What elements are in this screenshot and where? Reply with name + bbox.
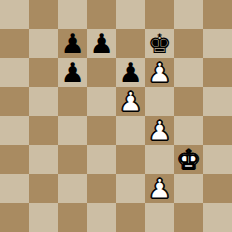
square-g6[interactable] [174, 58, 203, 87]
square-e2[interactable] [116, 174, 145, 203]
square-d3[interactable] [87, 145, 116, 174]
white-pawn[interactable]: ♟ [147, 116, 171, 145]
square-f4[interactable]: ♟ [145, 116, 174, 145]
chess-board: ♟♟♚♟♟♟♟♟♚♟ [0, 0, 232, 232]
square-e3[interactable] [116, 145, 145, 174]
square-h5[interactable] [203, 87, 232, 116]
square-a5[interactable] [0, 87, 29, 116]
square-f1[interactable] [145, 203, 174, 232]
square-b3[interactable] [29, 145, 58, 174]
square-a3[interactable] [0, 145, 29, 174]
square-h7[interactable] [203, 29, 232, 58]
square-a2[interactable] [0, 174, 29, 203]
square-c3[interactable] [58, 145, 87, 174]
white-pawn[interactable]: ♟ [147, 58, 171, 87]
square-c5[interactable] [58, 87, 87, 116]
square-d2[interactable] [87, 174, 116, 203]
square-f2[interactable]: ♟ [145, 174, 174, 203]
square-c8[interactable] [58, 0, 87, 29]
square-g3[interactable]: ♚ [174, 145, 203, 174]
square-f8[interactable] [145, 0, 174, 29]
square-a7[interactable] [0, 29, 29, 58]
square-b5[interactable] [29, 87, 58, 116]
black-pawn[interactable]: ♟ [60, 58, 84, 87]
square-d1[interactable] [87, 203, 116, 232]
square-a8[interactable] [0, 0, 29, 29]
square-f3[interactable] [145, 145, 174, 174]
square-c1[interactable] [58, 203, 87, 232]
black-king[interactable]: ♚ [147, 29, 171, 58]
square-g7[interactable] [174, 29, 203, 58]
square-b2[interactable] [29, 174, 58, 203]
square-g2[interactable] [174, 174, 203, 203]
square-h6[interactable] [203, 58, 232, 87]
square-d7[interactable]: ♟ [87, 29, 116, 58]
square-a4[interactable] [0, 116, 29, 145]
square-h8[interactable] [203, 0, 232, 29]
black-pawn[interactable]: ♟ [89, 29, 113, 58]
square-e5[interactable]: ♟ [116, 87, 145, 116]
black-pawn[interactable]: ♟ [118, 58, 142, 87]
square-a6[interactable] [0, 58, 29, 87]
square-g5[interactable] [174, 87, 203, 116]
square-f6[interactable]: ♟ [145, 58, 174, 87]
square-e4[interactable] [116, 116, 145, 145]
square-f7[interactable]: ♚ [145, 29, 174, 58]
square-d4[interactable] [87, 116, 116, 145]
square-d6[interactable] [87, 58, 116, 87]
black-pawn[interactable]: ♟ [60, 29, 84, 58]
square-c4[interactable] [58, 116, 87, 145]
square-h4[interactable] [203, 116, 232, 145]
square-g8[interactable] [174, 0, 203, 29]
square-a1[interactable] [0, 203, 29, 232]
square-g4[interactable] [174, 116, 203, 145]
square-e1[interactable] [116, 203, 145, 232]
square-b7[interactable] [29, 29, 58, 58]
square-f5[interactable] [145, 87, 174, 116]
square-c6[interactable]: ♟ [58, 58, 87, 87]
square-e7[interactable] [116, 29, 145, 58]
square-e6[interactable]: ♟ [116, 58, 145, 87]
square-b4[interactable] [29, 116, 58, 145]
square-d5[interactable] [87, 87, 116, 116]
square-b6[interactable] [29, 58, 58, 87]
square-c7[interactable]: ♟ [58, 29, 87, 58]
square-g1[interactable] [174, 203, 203, 232]
white-king[interactable]: ♚ [176, 145, 200, 174]
square-h2[interactable] [203, 174, 232, 203]
square-d8[interactable] [87, 0, 116, 29]
white-pawn[interactable]: ♟ [147, 174, 171, 203]
square-h1[interactable] [203, 203, 232, 232]
white-pawn[interactable]: ♟ [118, 87, 142, 116]
square-b8[interactable] [29, 0, 58, 29]
square-e8[interactable] [116, 0, 145, 29]
square-b1[interactable] [29, 203, 58, 232]
square-h3[interactable] [203, 145, 232, 174]
square-c2[interactable] [58, 174, 87, 203]
